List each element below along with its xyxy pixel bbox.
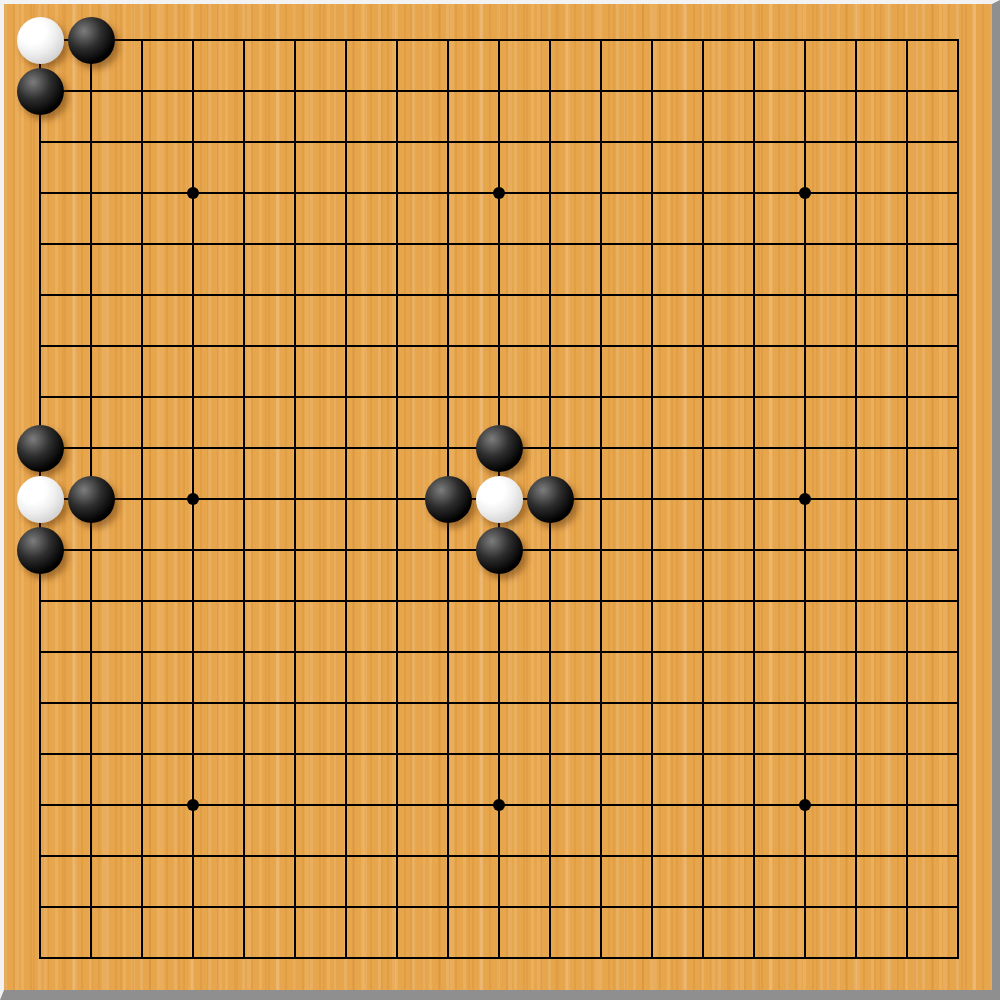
go-board[interactable]: [15, 15, 984, 984]
black-stone: [68, 476, 115, 523]
star-point: [187, 493, 199, 505]
star-point: [799, 493, 811, 505]
goban-frame: [0, 0, 1000, 1000]
star-point: [799, 799, 811, 811]
star-point: [799, 187, 811, 199]
black-stone: [68, 17, 115, 64]
black-stone: [17, 68, 64, 115]
black-stone: [17, 527, 64, 574]
star-point: [187, 187, 199, 199]
black-stone: [17, 425, 64, 472]
star-point: [493, 799, 505, 811]
white-stone: [17, 476, 64, 523]
white-stone: [476, 476, 523, 523]
star-point: [187, 799, 199, 811]
black-stone: [527, 476, 574, 523]
black-stone: [476, 527, 523, 574]
white-stone: [17, 17, 64, 64]
black-stone: [425, 476, 472, 523]
star-point: [493, 187, 505, 199]
black-stone: [476, 425, 523, 472]
